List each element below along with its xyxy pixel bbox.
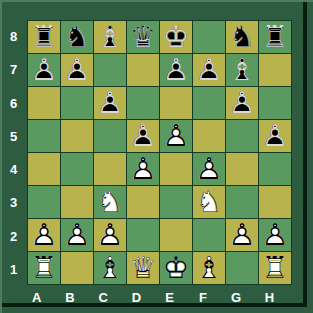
piece-outline-glyph: ♙: [28, 219, 60, 251]
square-g8[interactable]: ♞♘: [226, 21, 258, 53]
square-c6[interactable]: ♟♙: [94, 87, 126, 119]
piece-outline-glyph: ♕: [127, 252, 159, 284]
square-d4[interactable]: ♟♙: [127, 153, 159, 185]
piece-outline-glyph: ♔: [160, 252, 192, 284]
white-pawn[interactable]: ♟♙: [193, 153, 225, 185]
square-f1[interactable]: ♝♗: [193, 252, 225, 284]
square-d2[interactable]: [127, 219, 159, 251]
white-king[interactable]: ♚♔: [160, 252, 192, 284]
square-f3[interactable]: ♞♘: [193, 186, 225, 218]
rank-label-8: 8: [0, 20, 27, 53]
piece-outline-glyph: ♙: [160, 120, 192, 152]
white-knight[interactable]: ♞♘: [193, 186, 225, 218]
frame-bevel-right: [303, 2, 307, 306]
chess-board: ♜♖♞♘♝♗♛♕♚♔♞♘♜♖♟♙♟♙♟♙♟♙♝♗♟♙♟♙♟♙♟♙♟♙♟♙♟♙♞♘…: [27, 20, 292, 285]
square-h7[interactable]: [259, 54, 291, 86]
square-h1[interactable]: ♜♖: [259, 252, 291, 284]
square-h4[interactable]: [259, 153, 291, 185]
square-b4[interactable]: [61, 153, 93, 185]
piece-outline-glyph: ♙: [94, 219, 126, 251]
piece-outline-glyph: ♙: [94, 87, 126, 119]
piece-outline-glyph: ♙: [226, 87, 258, 119]
square-f7[interactable]: ♟♙: [193, 54, 225, 86]
piece-outline-glyph: ♙: [259, 120, 291, 152]
black-pawn[interactable]: ♟♙: [259, 120, 291, 152]
white-pawn[interactable]: ♟♙: [28, 219, 60, 251]
black-pawn[interactable]: ♟♙: [61, 54, 93, 86]
white-pawn[interactable]: ♟♙: [226, 219, 258, 251]
square-c4[interactable]: [94, 153, 126, 185]
square-a3[interactable]: [28, 186, 60, 218]
square-e4[interactable]: [160, 153, 192, 185]
square-d6[interactable]: [127, 87, 159, 119]
square-c3[interactable]: ♞♘: [94, 186, 126, 218]
square-d3[interactable]: [127, 186, 159, 218]
piece-outline-glyph: ♘: [94, 186, 126, 218]
square-a6[interactable]: [28, 87, 60, 119]
white-queen[interactable]: ♛♕: [127, 252, 159, 284]
piece-outline-glyph: ♙: [193, 54, 225, 86]
square-b2[interactable]: ♟♙: [61, 219, 93, 251]
black-pawn[interactable]: ♟♙: [94, 87, 126, 119]
square-d8[interactable]: ♛♕: [127, 21, 159, 53]
square-c7[interactable]: [94, 54, 126, 86]
file-label-e: E: [153, 287, 186, 307]
file-label-d: D: [120, 287, 153, 307]
piece-outline-glyph: ♗: [94, 21, 126, 53]
black-pawn[interactable]: ♟♙: [127, 120, 159, 152]
square-f2[interactable]: [193, 219, 225, 251]
rank-label-7: 7: [0, 53, 27, 86]
rank-label-5: 5: [0, 120, 27, 153]
rank-label-1: 1: [0, 253, 27, 286]
square-d7[interactable]: [127, 54, 159, 86]
black-pawn[interactable]: ♟♙: [28, 54, 60, 86]
piece-outline-glyph: ♙: [160, 54, 192, 86]
square-g4[interactable]: [226, 153, 258, 185]
square-g5[interactable]: [226, 120, 258, 152]
black-pawn[interactable]: ♟♙: [226, 87, 258, 119]
square-h8[interactable]: ♜♖: [259, 21, 291, 53]
file-label-c: C: [87, 287, 120, 307]
square-e5[interactable]: ♟♙: [160, 120, 192, 152]
piece-outline-glyph: ♙: [226, 219, 258, 251]
piece-outline-glyph: ♙: [259, 219, 291, 251]
square-e8[interactable]: ♚♔: [160, 21, 192, 53]
frame-bevel-top: [0, 0, 313, 2]
piece-outline-glyph: ♖: [259, 252, 291, 284]
chess-app-window: 87654321 ♜♖♞♘♝♗♛♕♚♔♞♘♜♖♟♙♟♙♟♙♟♙♝♗♟♙♟♙♟♙♟…: [0, 0, 313, 313]
square-e2[interactable]: [160, 219, 192, 251]
rank-label-3: 3: [0, 186, 27, 219]
black-king[interactable]: ♚♔: [160, 21, 192, 53]
rank-label-2: 2: [0, 220, 27, 253]
file-label-b: B: [53, 287, 86, 307]
black-pawn[interactable]: ♟♙: [160, 54, 192, 86]
square-c8[interactable]: ♝♗: [94, 21, 126, 53]
square-a1[interactable]: ♜♖: [28, 252, 60, 284]
rank-label-4: 4: [0, 153, 27, 186]
file-label-f: F: [186, 287, 219, 307]
piece-outline-glyph: ♙: [193, 153, 225, 185]
piece-outline-glyph: ♙: [127, 120, 159, 152]
white-bishop[interactable]: ♝♗: [94, 252, 126, 284]
white-pawn[interactable]: ♟♙: [259, 219, 291, 251]
piece-outline-glyph: ♔: [160, 21, 192, 53]
square-f8[interactable]: [193, 21, 225, 53]
rank-label-6: 6: [0, 87, 27, 120]
white-pawn[interactable]: ♟♙: [127, 153, 159, 185]
white-rook[interactable]: ♜♖: [28, 252, 60, 284]
piece-outline-glyph: ♕: [127, 21, 159, 53]
square-g2[interactable]: ♟♙: [226, 219, 258, 251]
square-a2[interactable]: ♟♙: [28, 219, 60, 251]
black-pawn[interactable]: ♟♙: [193, 54, 225, 86]
piece-outline-glyph: ♗: [193, 252, 225, 284]
piece-outline-glyph: ♙: [28, 54, 60, 86]
white-knight[interactable]: ♞♘: [94, 186, 126, 218]
piece-outline-glyph: ♖: [259, 21, 291, 53]
square-a5[interactable]: [28, 120, 60, 152]
square-c1[interactable]: ♝♗: [94, 252, 126, 284]
piece-outline-glyph: ♘: [193, 186, 225, 218]
file-label-g: G: [220, 287, 253, 307]
file-label-a: A: [20, 287, 53, 307]
square-e3[interactable]: [160, 186, 192, 218]
white-bishop[interactable]: ♝♗: [193, 252, 225, 284]
square-h6[interactable]: [259, 87, 291, 119]
square-a4[interactable]: [28, 153, 60, 185]
white-pawn[interactable]: ♟♙: [160, 120, 192, 152]
square-b7[interactable]: ♟♙: [61, 54, 93, 86]
piece-outline-glyph: ♙: [127, 153, 159, 185]
square-c2[interactable]: ♟♙: [94, 219, 126, 251]
piece-outline-glyph: ♖: [28, 252, 60, 284]
square-h3[interactable]: [259, 186, 291, 218]
square-f5[interactable]: [193, 120, 225, 152]
square-b8[interactable]: ♞♘: [61, 21, 93, 53]
square-h2[interactable]: ♟♙: [259, 219, 291, 251]
square-b3[interactable]: [61, 186, 93, 218]
square-b5[interactable]: [61, 120, 93, 152]
file-label-h: H: [253, 287, 286, 307]
square-e6[interactable]: [160, 87, 192, 119]
file-labels: ABCDEFGH: [27, 287, 293, 307]
black-knight[interactable]: ♞♘: [61, 21, 93, 53]
square-e7[interactable]: ♟♙: [160, 54, 192, 86]
black-knight[interactable]: ♞♘: [226, 21, 258, 53]
square-g6[interactable]: ♟♙: [226, 87, 258, 119]
black-bishop[interactable]: ♝♗: [94, 21, 126, 53]
white-pawn[interactable]: ♟♙: [61, 219, 93, 251]
square-a8[interactable]: ♜♖: [28, 21, 60, 53]
black-queen[interactable]: ♛♕: [127, 21, 159, 53]
square-e1[interactable]: ♚♔: [160, 252, 192, 284]
piece-outline-glyph: ♙: [61, 54, 93, 86]
white-rook[interactable]: ♜♖: [259, 252, 291, 284]
piece-outline-glyph: ♘: [226, 21, 258, 53]
black-bishop[interactable]: ♝♗: [226, 54, 258, 86]
square-d5[interactable]: ♟♙: [127, 120, 159, 152]
square-f4[interactable]: ♟♙: [193, 153, 225, 185]
square-b6[interactable]: [61, 87, 93, 119]
piece-outline-glyph: ♖: [28, 21, 60, 53]
piece-outline-glyph: ♙: [61, 219, 93, 251]
black-rook[interactable]: ♜♖: [28, 21, 60, 53]
square-g3[interactable]: [226, 186, 258, 218]
square-c5[interactable]: [94, 120, 126, 152]
square-d1[interactable]: ♛♕: [127, 252, 159, 284]
piece-outline-glyph: ♘: [61, 21, 93, 53]
square-f6[interactable]: [193, 87, 225, 119]
black-rook[interactable]: ♜♖: [259, 21, 291, 53]
square-a7[interactable]: ♟♙: [28, 54, 60, 86]
piece-outline-glyph: ♗: [94, 252, 126, 284]
white-pawn[interactable]: ♟♙: [94, 219, 126, 251]
rank-labels: 87654321: [0, 20, 27, 286]
square-g7[interactable]: ♝♗: [226, 54, 258, 86]
square-g1[interactable]: [226, 252, 258, 284]
square-h5[interactable]: ♟♙: [259, 120, 291, 152]
square-b1[interactable]: [61, 252, 93, 284]
piece-outline-glyph: ♗: [226, 54, 258, 86]
